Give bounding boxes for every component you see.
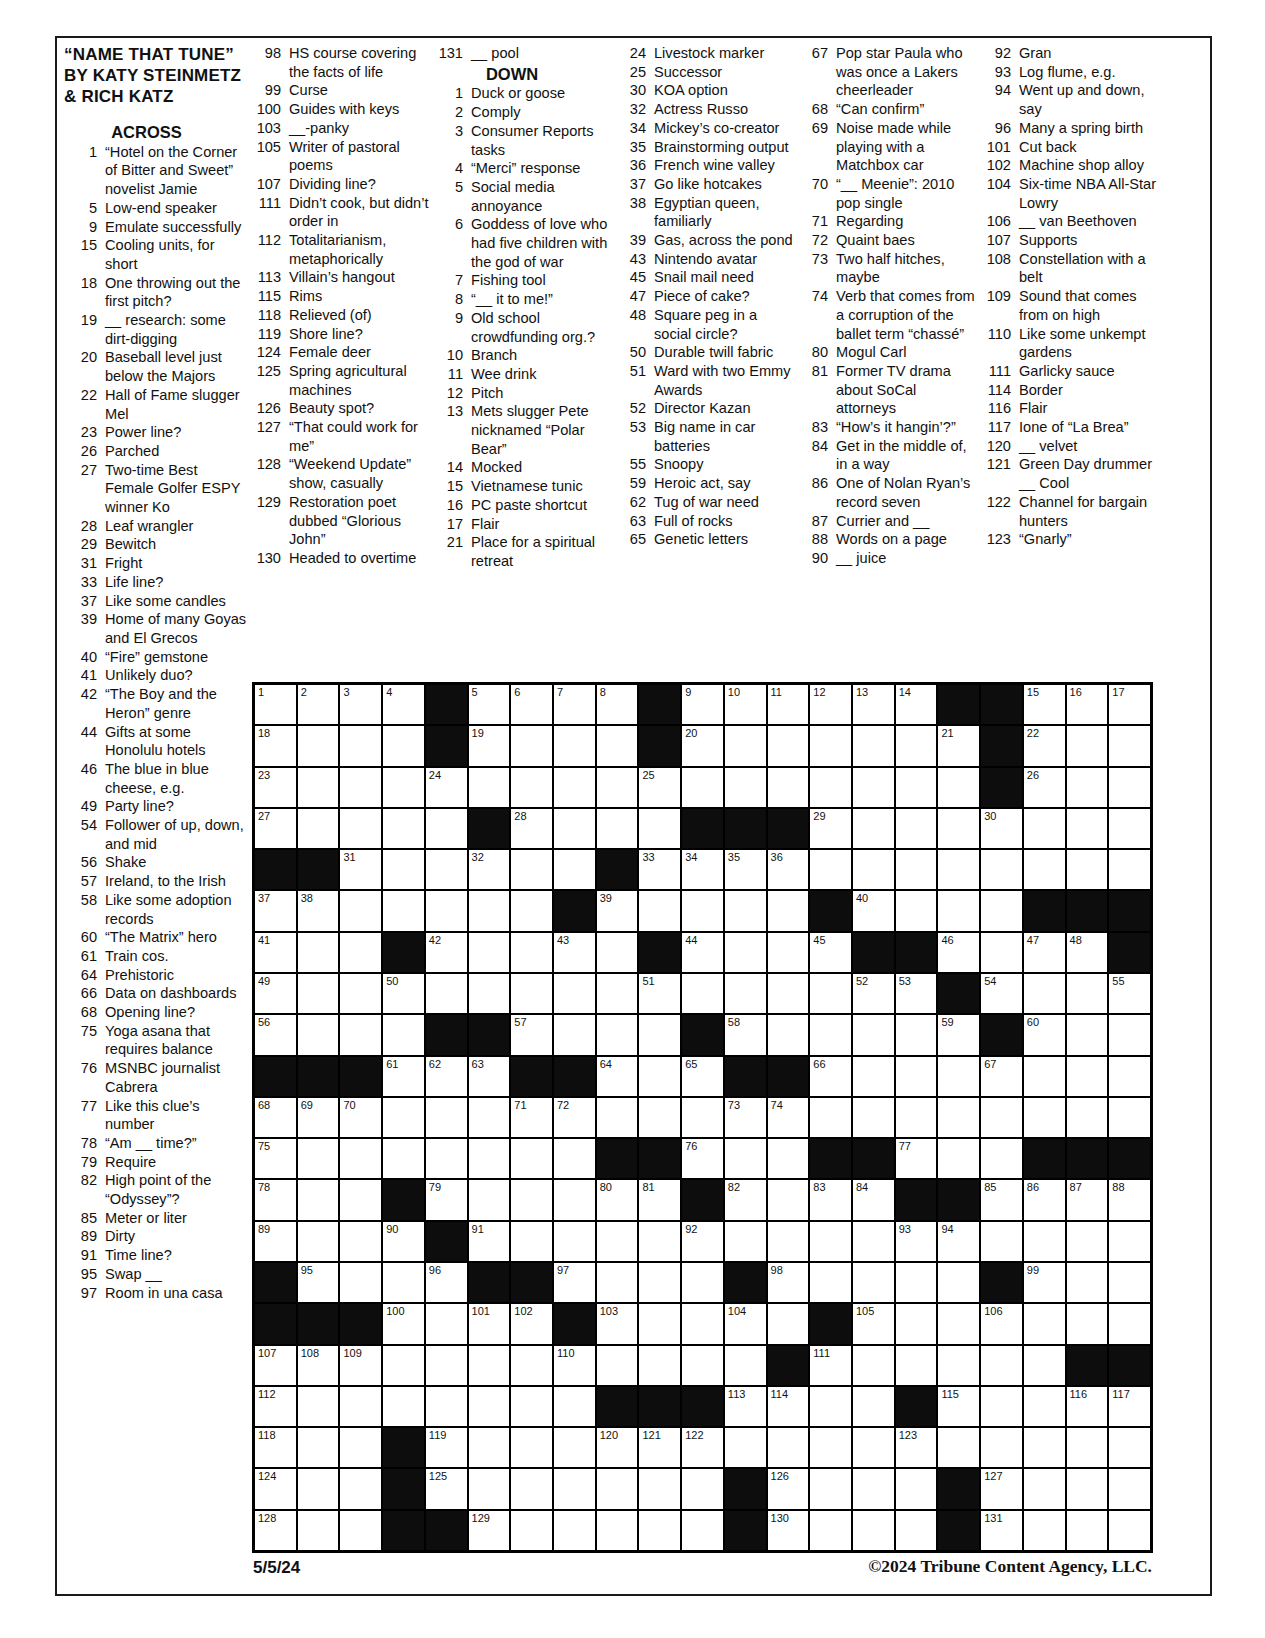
grid-cell[interactable] bbox=[298, 974, 339, 1013]
grid-cell[interactable]: 66 bbox=[810, 1057, 851, 1096]
grid-cell[interactable]: 26 bbox=[1024, 768, 1065, 807]
grid-cell[interactable] bbox=[340, 974, 381, 1013]
grid-cell[interactable] bbox=[554, 768, 595, 807]
grid-cell[interactable]: 99 bbox=[1024, 1263, 1065, 1302]
grid-cell[interactable] bbox=[981, 1139, 1022, 1178]
grid-cell[interactable] bbox=[639, 1469, 680, 1508]
grid-cell[interactable] bbox=[597, 1511, 638, 1550]
grid-cell[interactable]: 24 bbox=[426, 768, 467, 807]
grid-cell[interactable]: 91 bbox=[469, 1222, 510, 1261]
grid-cell[interactable]: 65 bbox=[682, 1057, 723, 1096]
grid-cell[interactable]: 42 bbox=[426, 933, 467, 972]
grid-cell[interactable] bbox=[810, 1511, 851, 1550]
grid-cell[interactable]: 78 bbox=[255, 1180, 296, 1219]
grid-cell[interactable] bbox=[511, 933, 552, 972]
grid-cell[interactable]: 9 bbox=[682, 685, 723, 724]
grid-cell[interactable] bbox=[383, 850, 424, 889]
grid-cell[interactable] bbox=[298, 1180, 339, 1219]
grid-cell[interactable] bbox=[725, 726, 766, 765]
grid-cell[interactable]: 80 bbox=[597, 1180, 638, 1219]
grid-cell[interactable] bbox=[511, 850, 552, 889]
grid-cell[interactable] bbox=[1067, 1222, 1108, 1261]
grid-cell[interactable] bbox=[469, 974, 510, 1013]
grid-cell[interactable]: 25 bbox=[639, 768, 680, 807]
grid-cell[interactable]: 113 bbox=[725, 1387, 766, 1426]
grid-cell[interactable]: 8 bbox=[597, 685, 638, 724]
grid-cell[interactable]: 13 bbox=[853, 685, 894, 724]
grid-cell[interactable] bbox=[896, 850, 937, 889]
grid-cell[interactable]: 119 bbox=[426, 1428, 467, 1467]
grid-cell[interactable] bbox=[768, 1222, 809, 1261]
grid-cell[interactable]: 126 bbox=[768, 1469, 809, 1508]
grid-cell[interactable] bbox=[1067, 1511, 1108, 1550]
grid-cell[interactable] bbox=[511, 1428, 552, 1467]
grid-cell[interactable] bbox=[682, 974, 723, 1013]
grid-cell[interactable] bbox=[1109, 1222, 1150, 1261]
grid-cell[interactable]: 63 bbox=[469, 1057, 510, 1096]
grid-cell[interactable] bbox=[511, 1222, 552, 1261]
grid-cell[interactable] bbox=[725, 974, 766, 1013]
grid-cell[interactable]: 41 bbox=[255, 933, 296, 972]
grid-cell[interactable] bbox=[853, 1222, 894, 1261]
grid-cell[interactable] bbox=[511, 891, 552, 930]
grid-cell[interactable] bbox=[768, 1139, 809, 1178]
grid-cell[interactable] bbox=[597, 1222, 638, 1261]
grid-cell[interactable] bbox=[469, 1180, 510, 1219]
grid-cell[interactable] bbox=[639, 1015, 680, 1054]
grid-cell[interactable]: 47 bbox=[1024, 933, 1065, 972]
grid-cell[interactable]: 117 bbox=[1109, 1387, 1150, 1426]
grid-cell[interactable]: 112 bbox=[255, 1387, 296, 1426]
grid-cell[interactable] bbox=[554, 1428, 595, 1467]
grid-cell[interactable] bbox=[469, 1139, 510, 1178]
grid-cell[interactable] bbox=[469, 1469, 510, 1508]
grid-cell[interactable] bbox=[981, 891, 1022, 930]
grid-cell[interactable]: 27 bbox=[255, 809, 296, 848]
grid-cell[interactable]: 81 bbox=[639, 1180, 680, 1219]
grid-cell[interactable]: 71 bbox=[511, 1098, 552, 1137]
grid-cell[interactable] bbox=[639, 1346, 680, 1385]
grid-cell[interactable]: 90 bbox=[383, 1222, 424, 1261]
grid-cell[interactable]: 124 bbox=[255, 1469, 296, 1508]
grid-cell[interactable]: 50 bbox=[383, 974, 424, 1013]
grid-cell[interactable] bbox=[853, 1346, 894, 1385]
grid-cell[interactable] bbox=[597, 1263, 638, 1302]
grid-cell[interactable] bbox=[725, 1139, 766, 1178]
grid-cell[interactable] bbox=[768, 1180, 809, 1219]
grid-cell[interactable] bbox=[853, 809, 894, 848]
grid-cell[interactable] bbox=[896, 809, 937, 848]
grid-cell[interactable] bbox=[511, 1387, 552, 1426]
grid-cell[interactable] bbox=[1067, 1263, 1108, 1302]
grid-cell[interactable] bbox=[1024, 1222, 1065, 1261]
grid-cell[interactable] bbox=[768, 726, 809, 765]
grid-cell[interactable]: 32 bbox=[469, 850, 510, 889]
grid-cell[interactable]: 10 bbox=[725, 685, 766, 724]
grid-cell[interactable] bbox=[298, 809, 339, 848]
grid-cell[interactable] bbox=[426, 1346, 467, 1385]
grid-cell[interactable] bbox=[725, 933, 766, 972]
grid-cell[interactable] bbox=[298, 1139, 339, 1178]
grid-cell[interactable]: 12 bbox=[810, 685, 851, 724]
grid-cell[interactable]: 64 bbox=[597, 1057, 638, 1096]
grid-cell[interactable] bbox=[597, 974, 638, 1013]
grid-cell[interactable] bbox=[639, 1222, 680, 1261]
grid-cell[interactable] bbox=[469, 768, 510, 807]
grid-cell[interactable] bbox=[938, 1139, 979, 1178]
grid-cell[interactable]: 129 bbox=[469, 1511, 510, 1550]
grid-cell[interactable] bbox=[340, 933, 381, 972]
grid-cell[interactable] bbox=[554, 974, 595, 1013]
grid-cell[interactable] bbox=[768, 891, 809, 930]
grid-cell[interactable]: 23 bbox=[255, 768, 296, 807]
grid-cell[interactable]: 96 bbox=[426, 1263, 467, 1302]
grid-cell[interactable] bbox=[597, 1015, 638, 1054]
grid-cell[interactable]: 48 bbox=[1067, 933, 1108, 972]
grid-cell[interactable]: 45 bbox=[810, 933, 851, 972]
grid-cell[interactable] bbox=[810, 850, 851, 889]
grid-cell[interactable]: 106 bbox=[981, 1304, 1022, 1343]
grid-cell[interactable]: 7 bbox=[554, 685, 595, 724]
grid-cell[interactable] bbox=[469, 1387, 510, 1426]
grid-cell[interactable] bbox=[597, 1469, 638, 1508]
grid-cell[interactable] bbox=[938, 1304, 979, 1343]
grid-cell[interactable]: 44 bbox=[682, 933, 723, 972]
grid-cell[interactable] bbox=[810, 768, 851, 807]
grid-cell[interactable] bbox=[383, 809, 424, 848]
grid-cell[interactable] bbox=[340, 1139, 381, 1178]
grid-cell[interactable] bbox=[810, 1428, 851, 1467]
grid-cell[interactable] bbox=[1024, 974, 1065, 1013]
grid-cell[interactable]: 83 bbox=[810, 1180, 851, 1219]
grid-cell[interactable] bbox=[469, 1346, 510, 1385]
grid-cell[interactable]: 49 bbox=[255, 974, 296, 1013]
grid-cell[interactable] bbox=[597, 768, 638, 807]
grid-cell[interactable]: 58 bbox=[725, 1015, 766, 1054]
grid-cell[interactable] bbox=[1067, 1469, 1108, 1508]
grid-cell[interactable] bbox=[511, 1180, 552, 1219]
grid-cell[interactable]: 6 bbox=[511, 685, 552, 724]
grid-cell[interactable] bbox=[853, 1428, 894, 1467]
grid-cell[interactable]: 59 bbox=[938, 1015, 979, 1054]
grid-cell[interactable] bbox=[810, 726, 851, 765]
grid-cell[interactable] bbox=[1024, 809, 1065, 848]
grid-cell[interactable] bbox=[810, 1469, 851, 1508]
grid-cell[interactable]: 123 bbox=[896, 1428, 937, 1467]
grid-cell[interactable] bbox=[981, 850, 1022, 889]
grid-cell[interactable] bbox=[682, 1346, 723, 1385]
grid-cell[interactable] bbox=[1024, 1346, 1065, 1385]
grid-cell[interactable]: 100 bbox=[383, 1304, 424, 1343]
grid-cell[interactable] bbox=[853, 1015, 894, 1054]
grid-cell[interactable] bbox=[1024, 850, 1065, 889]
grid-cell[interactable] bbox=[383, 768, 424, 807]
grid-cell[interactable] bbox=[469, 933, 510, 972]
grid-cell[interactable]: 77 bbox=[896, 1139, 937, 1178]
grid-cell[interactable] bbox=[597, 1346, 638, 1385]
grid-cell[interactable]: 72 bbox=[554, 1098, 595, 1137]
grid-cell[interactable]: 93 bbox=[896, 1222, 937, 1261]
grid-cell[interactable] bbox=[938, 1346, 979, 1385]
grid-cell[interactable]: 95 bbox=[298, 1263, 339, 1302]
grid-cell[interactable] bbox=[938, 1057, 979, 1096]
grid-cell[interactable]: 37 bbox=[255, 891, 296, 930]
grid-cell[interactable] bbox=[340, 726, 381, 765]
grid-cell[interactable] bbox=[554, 726, 595, 765]
grid-cell[interactable]: 79 bbox=[426, 1180, 467, 1219]
grid-cell[interactable]: 70 bbox=[340, 1098, 381, 1137]
grid-cell[interactable] bbox=[1024, 1057, 1065, 1096]
grid-cell[interactable] bbox=[426, 891, 467, 930]
grid-cell[interactable]: 15 bbox=[1024, 685, 1065, 724]
grid-cell[interactable]: 35 bbox=[725, 850, 766, 889]
grid-cell[interactable] bbox=[554, 1180, 595, 1219]
grid-cell[interactable] bbox=[1109, 768, 1150, 807]
grid-cell[interactable] bbox=[896, 1511, 937, 1550]
grid-cell[interactable] bbox=[1109, 1057, 1150, 1096]
grid-cell[interactable] bbox=[853, 850, 894, 889]
grid-cell[interactable] bbox=[597, 933, 638, 972]
grid-cell[interactable]: 40 bbox=[853, 891, 894, 930]
grid-cell[interactable]: 22 bbox=[1024, 726, 1065, 765]
grid-cell[interactable]: 60 bbox=[1024, 1015, 1065, 1054]
grid-cell[interactable] bbox=[426, 1098, 467, 1137]
grid-cell[interactable] bbox=[639, 891, 680, 930]
grid-cell[interactable]: 18 bbox=[255, 726, 296, 765]
grid-cell[interactable] bbox=[810, 1222, 851, 1261]
grid-cell[interactable] bbox=[340, 1180, 381, 1219]
grid-cell[interactable]: 29 bbox=[810, 809, 851, 848]
grid-cell[interactable] bbox=[682, 1511, 723, 1550]
grid-cell[interactable] bbox=[1109, 1428, 1150, 1467]
grid-cell[interactable] bbox=[1109, 1511, 1150, 1550]
grid-cell[interactable]: 51 bbox=[639, 974, 680, 1013]
grid-cell[interactable]: 33 bbox=[639, 850, 680, 889]
grid-cell[interactable]: 56 bbox=[255, 1015, 296, 1054]
grid-cell[interactable]: 130 bbox=[768, 1511, 809, 1550]
grid-cell[interactable]: 3 bbox=[340, 685, 381, 724]
grid-cell[interactable] bbox=[725, 1346, 766, 1385]
grid-cell[interactable]: 105 bbox=[853, 1304, 894, 1343]
grid-cell[interactable] bbox=[768, 1015, 809, 1054]
grid-cell[interactable] bbox=[1067, 974, 1108, 1013]
grid-cell[interactable]: 89 bbox=[255, 1222, 296, 1261]
grid-cell[interactable]: 97 bbox=[554, 1263, 595, 1302]
grid-cell[interactable]: 84 bbox=[853, 1180, 894, 1219]
grid-cell[interactable] bbox=[383, 1263, 424, 1302]
grid-cell[interactable]: 125 bbox=[426, 1469, 467, 1508]
grid-cell[interactable]: 55 bbox=[1109, 974, 1150, 1013]
grid-cell[interactable]: 107 bbox=[255, 1346, 296, 1385]
grid-cell[interactable] bbox=[639, 1263, 680, 1302]
grid-cell[interactable] bbox=[1109, 1015, 1150, 1054]
grid-cell[interactable]: 4 bbox=[383, 685, 424, 724]
grid-cell[interactable] bbox=[383, 1015, 424, 1054]
grid-cell[interactable] bbox=[853, 1057, 894, 1096]
grid-cell[interactable] bbox=[1067, 1428, 1108, 1467]
grid-cell[interactable] bbox=[340, 1387, 381, 1426]
grid-cell[interactable] bbox=[383, 726, 424, 765]
grid-cell[interactable]: 54 bbox=[981, 974, 1022, 1013]
grid-cell[interactable] bbox=[340, 1511, 381, 1550]
grid-cell[interactable]: 17 bbox=[1109, 685, 1150, 724]
grid-cell[interactable]: 109 bbox=[340, 1346, 381, 1385]
grid-cell[interactable] bbox=[298, 1469, 339, 1508]
grid-cell[interactable]: 85 bbox=[981, 1180, 1022, 1219]
grid-cell[interactable] bbox=[810, 1263, 851, 1302]
grid-cell[interactable] bbox=[511, 1346, 552, 1385]
grid-cell[interactable] bbox=[426, 1139, 467, 1178]
grid-cell[interactable] bbox=[340, 1222, 381, 1261]
grid-cell[interactable] bbox=[1024, 1387, 1065, 1426]
grid-cell[interactable]: 111 bbox=[810, 1346, 851, 1385]
grid-cell[interactable] bbox=[682, 1263, 723, 1302]
grid-cell[interactable] bbox=[938, 1428, 979, 1467]
grid-cell[interactable] bbox=[554, 1222, 595, 1261]
grid-cell[interactable] bbox=[1067, 726, 1108, 765]
grid-cell[interactable]: 67 bbox=[981, 1057, 1022, 1096]
grid-cell[interactable] bbox=[340, 768, 381, 807]
grid-cell[interactable] bbox=[896, 768, 937, 807]
grid-cell[interactable] bbox=[298, 1222, 339, 1261]
grid-cell[interactable] bbox=[1109, 809, 1150, 848]
grid-cell[interactable]: 104 bbox=[725, 1304, 766, 1343]
grid-cell[interactable] bbox=[340, 1263, 381, 1302]
grid-cell[interactable] bbox=[340, 1015, 381, 1054]
grid-cell[interactable]: 14 bbox=[896, 685, 937, 724]
grid-cell[interactable] bbox=[981, 1222, 1022, 1261]
grid-cell[interactable]: 98 bbox=[768, 1263, 809, 1302]
grid-cell[interactable] bbox=[298, 933, 339, 972]
grid-cell[interactable]: 82 bbox=[725, 1180, 766, 1219]
grid-cell[interactable] bbox=[768, 1304, 809, 1343]
grid-cell[interactable] bbox=[725, 768, 766, 807]
grid-cell[interactable]: 131 bbox=[981, 1511, 1022, 1550]
grid-cell[interactable]: 5 bbox=[469, 685, 510, 724]
grid-cell[interactable] bbox=[1109, 850, 1150, 889]
grid-cell[interactable] bbox=[768, 768, 809, 807]
grid-cell[interactable] bbox=[1067, 1057, 1108, 1096]
grid-cell[interactable]: 76 bbox=[682, 1139, 723, 1178]
grid-cell[interactable]: 43 bbox=[554, 933, 595, 972]
grid-cell[interactable]: 28 bbox=[511, 809, 552, 848]
grid-cell[interactable] bbox=[597, 726, 638, 765]
grid-cell[interactable] bbox=[981, 1387, 1022, 1426]
grid-cell[interactable] bbox=[639, 1304, 680, 1343]
grid-cell[interactable] bbox=[938, 809, 979, 848]
grid-cell[interactable]: 121 bbox=[639, 1428, 680, 1467]
grid-cell[interactable] bbox=[597, 809, 638, 848]
grid-cell[interactable] bbox=[426, 1304, 467, 1343]
grid-cell[interactable]: 74 bbox=[768, 1098, 809, 1137]
grid-cell[interactable] bbox=[1067, 1304, 1108, 1343]
grid-cell[interactable]: 108 bbox=[298, 1346, 339, 1385]
grid-cell[interactable] bbox=[1067, 850, 1108, 889]
grid-cell[interactable] bbox=[1067, 1015, 1108, 1054]
grid-cell[interactable] bbox=[896, 1469, 937, 1508]
grid-cell[interactable] bbox=[298, 1511, 339, 1550]
grid-cell[interactable] bbox=[298, 768, 339, 807]
grid-cell[interactable]: 38 bbox=[298, 891, 339, 930]
grid-cell[interactable] bbox=[896, 1015, 937, 1054]
grid-cell[interactable] bbox=[896, 891, 937, 930]
grid-cell[interactable] bbox=[853, 1263, 894, 1302]
grid-cell[interactable] bbox=[725, 1428, 766, 1467]
grid-cell[interactable] bbox=[1024, 1511, 1065, 1550]
grid-cell[interactable] bbox=[853, 726, 894, 765]
grid-cell[interactable] bbox=[554, 1015, 595, 1054]
grid-cell[interactable] bbox=[1067, 809, 1108, 848]
grid-cell[interactable] bbox=[896, 1098, 937, 1137]
grid-cell[interactable] bbox=[426, 974, 467, 1013]
grid-cell[interactable] bbox=[340, 1428, 381, 1467]
grid-cell[interactable]: 1 bbox=[255, 685, 296, 724]
grid-cell[interactable]: 21 bbox=[938, 726, 979, 765]
grid-cell[interactable] bbox=[1067, 1098, 1108, 1137]
grid-cell[interactable] bbox=[1109, 1263, 1150, 1302]
grid-cell[interactable] bbox=[383, 1346, 424, 1385]
grid-cell[interactable]: 30 bbox=[981, 809, 1022, 848]
grid-cell[interactable] bbox=[896, 1057, 937, 1096]
grid-cell[interactable] bbox=[597, 1098, 638, 1137]
grid-cell[interactable] bbox=[938, 891, 979, 930]
grid-cell[interactable] bbox=[896, 726, 937, 765]
grid-cell[interactable] bbox=[1109, 1098, 1150, 1137]
grid-cell[interactable] bbox=[511, 1511, 552, 1550]
grid-cell[interactable] bbox=[810, 1015, 851, 1054]
grid-cell[interactable] bbox=[682, 891, 723, 930]
grid-cell[interactable] bbox=[682, 768, 723, 807]
grid-cell[interactable] bbox=[1109, 1304, 1150, 1343]
grid-cell[interactable]: 11 bbox=[768, 685, 809, 724]
grid-cell[interactable] bbox=[682, 1304, 723, 1343]
grid-cell[interactable]: 61 bbox=[383, 1057, 424, 1096]
grid-cell[interactable] bbox=[639, 809, 680, 848]
grid-cell[interactable] bbox=[426, 1387, 467, 1426]
grid-cell[interactable]: 36 bbox=[768, 850, 809, 889]
grid-cell[interactable]: 103 bbox=[597, 1304, 638, 1343]
grid-cell[interactable]: 128 bbox=[255, 1511, 296, 1550]
grid-cell[interactable] bbox=[511, 974, 552, 1013]
grid-cell[interactable]: 53 bbox=[896, 974, 937, 1013]
grid-cell[interactable]: 116 bbox=[1067, 1387, 1108, 1426]
grid-cell[interactable] bbox=[511, 1139, 552, 1178]
grid-cell[interactable] bbox=[426, 850, 467, 889]
grid-cell[interactable] bbox=[810, 1098, 851, 1137]
grid-cell[interactable]: 68 bbox=[255, 1098, 296, 1137]
grid-cell[interactable] bbox=[1109, 1469, 1150, 1508]
grid-cell[interactable] bbox=[554, 1511, 595, 1550]
grid-cell[interactable]: 102 bbox=[511, 1304, 552, 1343]
grid-cell[interactable] bbox=[639, 1098, 680, 1137]
grid-cell[interactable]: 57 bbox=[511, 1015, 552, 1054]
grid-cell[interactable] bbox=[682, 1098, 723, 1137]
grid-cell[interactable]: 120 bbox=[597, 1428, 638, 1467]
grid-cell[interactable]: 118 bbox=[255, 1428, 296, 1467]
grid-cell[interactable]: 88 bbox=[1109, 1180, 1150, 1219]
grid-cell[interactable] bbox=[768, 1428, 809, 1467]
grid-cell[interactable] bbox=[938, 768, 979, 807]
grid-cell[interactable] bbox=[938, 850, 979, 889]
grid-cell[interactable] bbox=[554, 1387, 595, 1426]
grid-cell[interactable]: 115 bbox=[938, 1387, 979, 1426]
grid-cell[interactable] bbox=[554, 1139, 595, 1178]
grid-cell[interactable]: 62 bbox=[426, 1057, 467, 1096]
grid-cell[interactable]: 94 bbox=[938, 1222, 979, 1261]
grid-cell[interactable] bbox=[554, 1469, 595, 1508]
grid-cell[interactable] bbox=[810, 974, 851, 1013]
grid-cell[interactable] bbox=[725, 1222, 766, 1261]
